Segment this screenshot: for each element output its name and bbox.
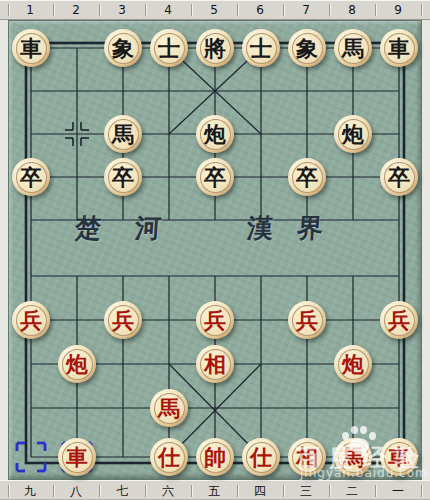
file-label: 6 — [256, 3, 264, 17]
file-label: 九 — [24, 482, 36, 499]
piece-red-horse[interactable]: 馬 — [334, 438, 372, 476]
piece-red-elephant[interactable]: 相 — [288, 438, 326, 476]
piece-face: 馬 — [338, 442, 369, 473]
river-char: 界 — [296, 211, 324, 246]
river-char: 漢 — [246, 211, 274, 246]
file-label: 5 — [210, 3, 218, 17]
piece-face: 卒 — [16, 162, 47, 193]
strip-tick — [283, 4, 284, 16]
piece-face: 士 — [154, 33, 185, 64]
strip-tick — [329, 485, 330, 497]
piece-black-soldier[interactable]: 卒 — [380, 158, 418, 196]
piece-glyph: 馬 — [158, 397, 180, 419]
strip-tick — [421, 485, 422, 497]
piece-face: 卒 — [200, 162, 231, 193]
piece-face: 象 — [292, 33, 323, 64]
bottom-file-numbers-strip: 九八七六五四三二一 — [0, 480, 430, 500]
piece-face: 炮 — [338, 349, 369, 380]
strip-tick — [53, 485, 54, 497]
piece-glyph: 炮 — [204, 123, 226, 145]
piece-glyph: 炮 — [342, 353, 364, 375]
piece-red-advisor[interactable]: 仕 — [242, 438, 280, 476]
piece-red-soldier[interactable]: 兵 — [12, 301, 50, 339]
piece-face: 將 — [200, 33, 231, 64]
piece-face: 仕 — [246, 442, 277, 473]
piece-glyph: 車 — [20, 37, 42, 59]
piece-red-cannon[interactable]: 炮 — [58, 345, 96, 383]
piece-face: 馬 — [338, 33, 369, 64]
strip-tick — [191, 485, 192, 497]
piece-glyph: 帥 — [204, 446, 226, 468]
piece-red-chariot[interactable]: 車 — [58, 438, 96, 476]
piece-face: 兵 — [292, 305, 323, 336]
piece-glyph: 仕 — [158, 446, 180, 468]
piece-black-soldier[interactable]: 卒 — [104, 158, 142, 196]
piece-black-advisor[interactable]: 士 — [242, 29, 280, 67]
piece-glyph: 相 — [204, 353, 226, 375]
piece-black-advisor[interactable]: 士 — [150, 29, 188, 67]
piece-face: 卒 — [292, 162, 323, 193]
piece-face: 士 — [246, 33, 277, 64]
file-label: 7 — [302, 3, 310, 17]
piece-black-horse[interactable]: 馬 — [104, 115, 142, 153]
piece-glyph: 仕 — [250, 446, 272, 468]
file-label: 3 — [118, 3, 126, 17]
piece-black-cannon[interactable]: 炮 — [334, 115, 372, 153]
strip-tick — [191, 4, 192, 16]
file-label: 二 — [346, 482, 358, 499]
piece-black-soldier[interactable]: 卒 — [288, 158, 326, 196]
file-label: 六 — [162, 482, 174, 499]
strip-tick — [8, 4, 9, 16]
piece-face: 兵 — [200, 305, 231, 336]
file-label: 1 — [26, 3, 34, 17]
piece-glyph: 兵 — [112, 309, 134, 331]
file-label: 四 — [254, 482, 266, 499]
file-label: 七 — [116, 482, 128, 499]
piece-glyph: 象 — [112, 37, 134, 59]
piece-glyph: 車 — [388, 446, 410, 468]
piece-face: 兵 — [384, 305, 415, 336]
piece-glyph: 卒 — [112, 166, 134, 188]
top-file-numbers-strip: 123456789 — [0, 0, 430, 20]
river-char: 河 — [134, 211, 162, 246]
file-label: 三 — [300, 482, 312, 499]
piece-black-elephant[interactable]: 象 — [288, 29, 326, 67]
file-label: 9 — [394, 3, 402, 17]
piece-glyph: 兵 — [204, 309, 226, 331]
piece-red-general[interactable]: 帥 — [196, 438, 234, 476]
piece-red-soldier[interactable]: 兵 — [380, 301, 418, 339]
piece-glyph: 卒 — [20, 166, 42, 188]
piece-face: 馬 — [108, 119, 139, 150]
piece-glyph: 士 — [250, 37, 272, 59]
strip-tick — [375, 485, 376, 497]
piece-black-soldier[interactable]: 卒 — [12, 158, 50, 196]
piece-glyph: 卒 — [296, 166, 318, 188]
piece-red-elephant[interactable]: 相 — [196, 345, 234, 383]
piece-face: 兵 — [108, 305, 139, 336]
piece-face: 仕 — [154, 442, 185, 473]
piece-black-general[interactable]: 將 — [196, 29, 234, 67]
piece-face: 車 — [384, 33, 415, 64]
strip-tick — [53, 4, 54, 16]
piece-face: 車 — [16, 33, 47, 64]
strip-tick — [8, 485, 9, 497]
piece-face: 炮 — [200, 119, 231, 150]
piece-red-advisor[interactable]: 仕 — [150, 438, 188, 476]
piece-red-soldier[interactable]: 兵 — [196, 301, 234, 339]
piece-face: 卒 — [384, 162, 415, 193]
strip-tick — [237, 485, 238, 497]
board-grid — [9, 21, 423, 481]
piece-glyph: 車 — [388, 37, 410, 59]
piece-glyph: 象 — [296, 37, 318, 59]
piece-black-cannon[interactable]: 炮 — [196, 115, 234, 153]
piece-red-chariot[interactable]: 車 — [380, 438, 418, 476]
piece-glyph: 馬 — [112, 123, 134, 145]
piece-red-soldier[interactable]: 兵 — [104, 301, 142, 339]
piece-red-horse[interactable]: 馬 — [150, 389, 188, 427]
piece-glyph: 兵 — [20, 309, 42, 331]
piece-face: 象 — [108, 33, 139, 64]
strip-tick — [421, 4, 422, 16]
piece-glyph: 馬 — [342, 37, 364, 59]
strip-tick — [99, 4, 100, 16]
strip-tick — [99, 485, 100, 497]
piece-face: 炮 — [338, 119, 369, 150]
strip-tick — [145, 485, 146, 497]
piece-face: 炮 — [62, 349, 93, 380]
piece-face: 馬 — [154, 393, 185, 424]
strip-tick — [375, 4, 376, 16]
piece-black-soldier[interactable]: 卒 — [196, 158, 234, 196]
strip-tick — [237, 4, 238, 16]
piece-glyph: 炮 — [66, 353, 88, 375]
piece-glyph: 兵 — [388, 309, 410, 331]
piece-face: 車 — [62, 442, 93, 473]
piece-face: 相 — [200, 349, 231, 380]
piece-black-elephant[interactable]: 象 — [104, 29, 142, 67]
piece-glyph: 馬 — [342, 446, 364, 468]
piece-glyph: 炮 — [342, 123, 364, 145]
piece-face: 兵 — [16, 305, 47, 336]
piece-face: 帥 — [200, 442, 231, 473]
file-label: 2 — [72, 3, 80, 17]
piece-face: 車 — [384, 442, 415, 473]
file-label: 4 — [164, 3, 172, 17]
strip-tick — [283, 485, 284, 497]
piece-glyph: 兵 — [296, 309, 318, 331]
piece-glyph: 相 — [296, 446, 318, 468]
piece-glyph: 士 — [158, 37, 180, 59]
piece-black-chariot[interactable]: 車 — [12, 29, 50, 67]
piece-glyph: 車 — [66, 446, 88, 468]
file-label: 五 — [208, 482, 220, 499]
xiangqi-board[interactable]: 楚河漢界 車象士將士象馬車馬炮炮卒卒卒卒卒兵兵兵兵兵炮相炮馬車仕帥仕相馬車 — [8, 20, 422, 480]
piece-face: 卒 — [108, 162, 139, 193]
strip-tick — [145, 4, 146, 16]
file-label: 一 — [392, 482, 404, 499]
piece-face: 相 — [292, 442, 323, 473]
piece-black-chariot[interactable]: 車 — [380, 29, 418, 67]
piece-glyph: 卒 — [204, 166, 226, 188]
file-label: 8 — [348, 3, 356, 17]
river-char: 楚 — [74, 211, 102, 246]
piece-red-soldier[interactable]: 兵 — [288, 301, 326, 339]
piece-red-cannon[interactable]: 炮 — [334, 345, 372, 383]
piece-glyph: 卒 — [388, 166, 410, 188]
file-label: 八 — [70, 482, 82, 499]
piece-black-horse[interactable]: 馬 — [334, 29, 372, 67]
strip-tick — [329, 4, 330, 16]
piece-glyph: 將 — [204, 37, 226, 59]
